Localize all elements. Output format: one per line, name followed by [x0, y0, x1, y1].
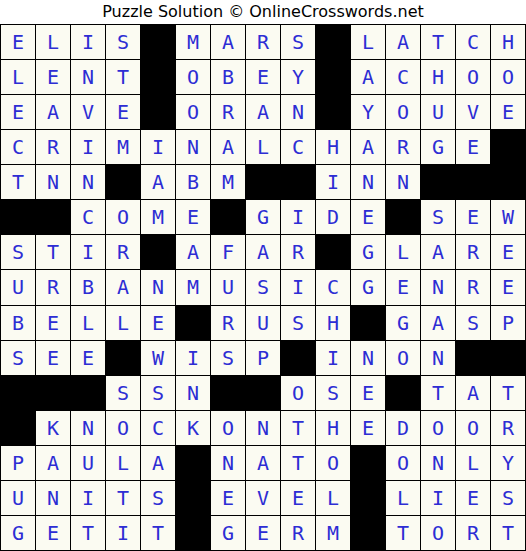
letter-cell-r12c10: H [316, 411, 350, 445]
block-cell-r5c15 [491, 165, 525, 199]
letter-cell-r6c15: W [491, 200, 525, 234]
letter-cell-r1c15: H [491, 25, 525, 59]
letter-cell-r8c12: E [386, 270, 420, 304]
letter-cell-r14c4: T [106, 481, 140, 515]
letter-cell-r3c2: A [36, 95, 70, 129]
letter-cell-r13c13: N [421, 446, 455, 480]
letter-cell-r3c1: E [1, 95, 35, 129]
letter-cell-r9c9: S [281, 306, 315, 340]
letter-cell-r1c6: M [176, 25, 210, 59]
letter-cell-r10c7: S [211, 341, 245, 375]
letter-cell-r12c14: O [456, 411, 490, 445]
letter-cell-r2c6: O [176, 60, 210, 94]
block-cell-r7c10 [316, 235, 350, 269]
letter-cell-r8c6: M [176, 270, 210, 304]
letter-cell-r1c4: S [106, 25, 140, 59]
letter-cell-r15c4: I [106, 516, 140, 550]
letter-cell-r9c7: R [211, 306, 245, 340]
letter-cell-r6c5: M [141, 200, 175, 234]
letter-cell-r13c10: O [316, 446, 350, 480]
letter-cell-r13c4: L [106, 446, 140, 480]
block-cell-r11c1 [1, 376, 35, 410]
letter-cell-r13c2: A [36, 446, 70, 480]
block-cell-r10c9 [281, 341, 315, 375]
letter-cell-r12c4: O [106, 411, 140, 445]
letter-cell-r11c10: S [316, 376, 350, 410]
letter-cell-r12c12: D [386, 411, 420, 445]
letter-cell-r7c1: S [1, 235, 35, 269]
letter-cell-r4c5: I [141, 130, 175, 164]
block-cell-r12c1 [1, 411, 35, 445]
letter-cell-r8c14: R [456, 270, 490, 304]
letter-cell-r7c8: A [246, 235, 280, 269]
block-cell-r5c9 [281, 165, 315, 199]
letter-cell-r13c1: P [1, 446, 35, 480]
letter-cell-r9c12: G [386, 306, 420, 340]
letter-cell-r12c2: K [36, 411, 70, 445]
letter-cell-r3c11: Y [351, 95, 385, 129]
letter-cell-r8c11: G [351, 270, 385, 304]
letter-cell-r4c7: A [211, 130, 245, 164]
letter-cell-r9c5: E [141, 306, 175, 340]
letter-cell-r13c9: T [281, 446, 315, 480]
letter-cell-r15c1: G [1, 516, 35, 550]
block-cell-r10c4 [106, 341, 140, 375]
letter-cell-r2c13: H [421, 60, 455, 94]
letter-cell-r12c9: T [281, 411, 315, 445]
block-cell-r10c15 [491, 341, 525, 375]
letter-cell-r5c7: M [211, 165, 245, 199]
letter-cell-r15c2: E [36, 516, 70, 550]
block-cell-r2c5 [141, 60, 175, 94]
letter-cell-r3c6: O [176, 95, 210, 129]
letter-cell-r12c11: E [351, 411, 385, 445]
letter-cell-r4c4: M [106, 130, 140, 164]
letter-cell-r14c15: S [491, 481, 525, 515]
letter-cell-r4c10: H [316, 130, 350, 164]
letter-cell-r15c10: M [316, 516, 350, 550]
letter-cell-r7c7: F [211, 235, 245, 269]
letter-cell-r8c5: N [141, 270, 175, 304]
block-cell-r6c1 [1, 200, 35, 234]
letter-cell-r8c1: U [1, 270, 35, 304]
crossword-grid: ELISMARSLATCHLENTOBEYACHOOEAVEORANYOUVEC… [0, 24, 526, 551]
letter-cell-r6c6: E [176, 200, 210, 234]
letter-cell-r7c15: E [491, 235, 525, 269]
letter-cell-r3c14: V [456, 95, 490, 129]
letter-cell-r2c14: O [456, 60, 490, 94]
block-cell-r1c10 [316, 25, 350, 59]
letter-cell-r11c5: S [141, 376, 175, 410]
block-cell-r13c11 [351, 446, 385, 480]
letter-cell-r13c3: U [71, 446, 105, 480]
block-cell-r11c12 [386, 376, 420, 410]
letter-cell-r8c15: E [491, 270, 525, 304]
letter-cell-r12c6: K [176, 411, 210, 445]
block-cell-r5c8 [246, 165, 280, 199]
letter-cell-r2c15: O [491, 60, 525, 94]
letter-cell-r10c5: W [141, 341, 175, 375]
letter-cell-r6c3: C [71, 200, 105, 234]
letter-cell-r7c9: R [281, 235, 315, 269]
letter-cell-r5c11: N [351, 165, 385, 199]
letter-cell-r10c13: N [421, 341, 455, 375]
letter-cell-r11c9: O [281, 376, 315, 410]
letter-cell-r8c7: U [211, 270, 245, 304]
block-cell-r11c2 [36, 376, 70, 410]
letter-cell-r13c5: A [141, 446, 175, 480]
letter-cell-r13c15: Y [491, 446, 525, 480]
letter-cell-r8c13: N [421, 270, 455, 304]
letter-cell-r7c14: R [456, 235, 490, 269]
letter-cell-r15c3: T [71, 516, 105, 550]
block-cell-r5c13 [421, 165, 455, 199]
letter-cell-r8c3: B [71, 270, 105, 304]
block-cell-r11c7 [211, 376, 245, 410]
letter-cell-r12c7: O [211, 411, 245, 445]
letter-cell-r10c8: P [246, 341, 280, 375]
letter-cell-r12c8: N [246, 411, 280, 445]
block-cell-r3c5 [141, 95, 175, 129]
letter-cell-r3c4: E [106, 95, 140, 129]
block-cell-r5c14 [456, 165, 490, 199]
letter-cell-r14c12: L [386, 481, 420, 515]
letter-cell-r3c3: V [71, 95, 105, 129]
letter-cell-r4c13: G [421, 130, 455, 164]
letter-cell-r7c4: R [106, 235, 140, 269]
letter-cell-r4c3: I [71, 130, 105, 164]
letter-cell-r2c4: T [106, 60, 140, 94]
block-cell-r1c5 [141, 25, 175, 59]
block-cell-r4c15 [491, 130, 525, 164]
letter-cell-r10c1: S [1, 341, 35, 375]
letter-cell-r10c6: I [176, 341, 210, 375]
letter-cell-r7c13: A [421, 235, 455, 269]
letter-cell-r4c6: N [176, 130, 210, 164]
letter-cell-r9c8: U [246, 306, 280, 340]
letter-cell-r8c9: I [281, 270, 315, 304]
letter-cell-r1c11: L [351, 25, 385, 59]
letter-cell-r1c14: C [456, 25, 490, 59]
letter-cell-r14c9: E [281, 481, 315, 515]
block-cell-r15c6 [176, 516, 210, 550]
letter-cell-r9c1: B [1, 306, 35, 340]
letter-cell-r14c10: L [316, 481, 350, 515]
letter-cell-r15c5: T [141, 516, 175, 550]
letter-cell-r10c3: E [71, 341, 105, 375]
letter-cell-r15c8: E [246, 516, 280, 550]
letter-cell-r6c8: G [246, 200, 280, 234]
block-cell-r2c10 [316, 60, 350, 94]
letter-cell-r2c1: L [1, 60, 35, 94]
letter-cell-r13c12: O [386, 446, 420, 480]
letter-cell-r2c2: E [36, 60, 70, 94]
letter-cell-r4c2: R [36, 130, 70, 164]
letter-cell-r11c15: T [491, 376, 525, 410]
letter-cell-r13c8: A [246, 446, 280, 480]
letter-cell-r2c9: Y [281, 60, 315, 94]
letter-cell-r14c7: E [211, 481, 245, 515]
letter-cell-r8c10: C [316, 270, 350, 304]
page-title: Puzzle Solution © OnlineCrosswords.net [0, 0, 526, 24]
letter-cell-r13c14: L [456, 446, 490, 480]
letter-cell-r14c1: U [1, 481, 35, 515]
letter-cell-r11c4: S [106, 376, 140, 410]
letter-cell-r15c15: T [491, 516, 525, 550]
letter-cell-r6c11: E [351, 200, 385, 234]
letter-cell-r15c7: G [211, 516, 245, 550]
letter-cell-r12c13: O [421, 411, 455, 445]
block-cell-r5c4 [106, 165, 140, 199]
block-cell-r10c14 [456, 341, 490, 375]
letter-cell-r10c10: I [316, 341, 350, 375]
letter-cell-r5c2: N [36, 165, 70, 199]
letter-cell-r7c6: A [176, 235, 210, 269]
letter-cell-r2c12: C [386, 60, 420, 94]
letter-cell-r3c12: O [386, 95, 420, 129]
letter-cell-r15c12: T [386, 516, 420, 550]
letter-cell-r5c5: A [141, 165, 175, 199]
letter-cell-r7c2: T [36, 235, 70, 269]
letter-cell-r1c13: T [421, 25, 455, 59]
letter-cell-r4c14: E [456, 130, 490, 164]
letter-cell-r1c1: E [1, 25, 35, 59]
letter-cell-r15c9: R [281, 516, 315, 550]
block-cell-r9c11 [351, 306, 385, 340]
letter-cell-r6c9: I [281, 200, 315, 234]
letter-cell-r15c13: O [421, 516, 455, 550]
letter-cell-r2c8: E [246, 60, 280, 94]
letter-cell-r3c9: N [281, 95, 315, 129]
block-cell-r7c5 [141, 235, 175, 269]
letter-cell-r1c9: S [281, 25, 315, 59]
block-cell-r15c11 [351, 516, 385, 550]
letter-cell-r12c5: C [141, 411, 175, 445]
letter-cell-r12c3: N [71, 411, 105, 445]
letter-cell-r14c2: N [36, 481, 70, 515]
letter-cell-r8c8: S [246, 270, 280, 304]
block-cell-r14c11 [351, 481, 385, 515]
letter-cell-r4c12: R [386, 130, 420, 164]
letter-cell-r1c8: R [246, 25, 280, 59]
letter-cell-r7c11: G [351, 235, 385, 269]
block-cell-r3c10 [316, 95, 350, 129]
letter-cell-r9c2: E [36, 306, 70, 340]
block-cell-r13c6 [176, 446, 210, 480]
letter-cell-r14c8: V [246, 481, 280, 515]
letter-cell-r9c10: H [316, 306, 350, 340]
block-cell-r11c8 [246, 376, 280, 410]
letter-cell-r14c5: S [141, 481, 175, 515]
letter-cell-r15c14: R [456, 516, 490, 550]
letter-cell-r9c13: A [421, 306, 455, 340]
letter-cell-r2c7: B [211, 60, 245, 94]
letter-cell-r3c8: A [246, 95, 280, 129]
letter-cell-r8c2: R [36, 270, 70, 304]
letter-cell-r4c8: L [246, 130, 280, 164]
letter-cell-r6c4: O [106, 200, 140, 234]
letter-cell-r1c7: A [211, 25, 245, 59]
block-cell-r6c7 [211, 200, 245, 234]
block-cell-r14c6 [176, 481, 210, 515]
letter-cell-r10c2: E [36, 341, 70, 375]
letter-cell-r6c13: S [421, 200, 455, 234]
letter-cell-r13c7: N [211, 446, 245, 480]
letter-cell-r8c4: A [106, 270, 140, 304]
letter-cell-r14c3: I [71, 481, 105, 515]
letter-cell-r5c3: N [71, 165, 105, 199]
letter-cell-r5c12: N [386, 165, 420, 199]
letter-cell-r11c14: A [456, 376, 490, 410]
letter-cell-r11c6: N [176, 376, 210, 410]
letter-cell-r5c10: I [316, 165, 350, 199]
letter-cell-r1c12: A [386, 25, 420, 59]
letter-cell-r3c13: U [421, 95, 455, 129]
letter-cell-r10c11: N [351, 341, 385, 375]
crossword-solution-page: Puzzle Solution © OnlineCrosswords.net E… [0, 0, 526, 551]
letter-cell-r3c7: R [211, 95, 245, 129]
letter-cell-r14c14: E [456, 481, 490, 515]
letter-cell-r5c1: T [1, 165, 35, 199]
letter-cell-r10c12: O [386, 341, 420, 375]
letter-cell-r14c13: I [421, 481, 455, 515]
letter-cell-r5c6: B [176, 165, 210, 199]
block-cell-r11c3 [71, 376, 105, 410]
letter-cell-r7c12: L [386, 235, 420, 269]
letter-cell-r2c3: N [71, 60, 105, 94]
letter-cell-r9c3: L [71, 306, 105, 340]
letter-cell-r4c9: C [281, 130, 315, 164]
letter-cell-r9c4: L [106, 306, 140, 340]
block-cell-r6c2 [36, 200, 70, 234]
letter-cell-r11c13: T [421, 376, 455, 410]
letter-cell-r4c11: A [351, 130, 385, 164]
letter-cell-r9c15: P [491, 306, 525, 340]
letter-cell-r1c2: L [36, 25, 70, 59]
letter-cell-r3c15: E [491, 95, 525, 129]
letter-cell-r6c14: E [456, 200, 490, 234]
letter-cell-r9c14: S [456, 306, 490, 340]
letter-cell-r4c1: C [1, 130, 35, 164]
letter-cell-r11c11: E [351, 376, 385, 410]
letter-cell-r7c3: I [71, 235, 105, 269]
letter-cell-r1c3: I [71, 25, 105, 59]
letter-cell-r6c10: D [316, 200, 350, 234]
block-cell-r9c6 [176, 306, 210, 340]
letter-cell-r12c15: R [491, 411, 525, 445]
letter-cell-r2c11: A [351, 60, 385, 94]
block-cell-r6c12 [386, 200, 420, 234]
